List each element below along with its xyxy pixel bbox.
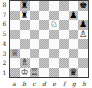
file-label-h: h [79,79,89,88]
square-e4[interactable] [49,39,59,49]
file-labels: abcdefgh [9,79,89,88]
square-b1[interactable]: ♔ [20,68,30,78]
rank-label-5: 5 [0,29,9,39]
square-a6[interactable] [10,20,20,30]
white-king[interactable]: ♔ [21,68,29,77]
rank-label-6: 6 [0,20,9,30]
square-f7[interactable] [59,11,69,21]
file-label-b: b [19,79,29,88]
square-g2[interactable] [69,58,79,68]
file-label-c: c [29,79,39,88]
square-g8[interactable] [69,1,79,11]
square-a8[interactable] [10,1,20,11]
square-a4[interactable] [10,39,20,49]
square-h4[interactable] [78,39,88,49]
square-e1[interactable] [49,68,59,78]
square-e8[interactable] [49,1,59,11]
square-f4[interactable] [59,39,69,49]
square-a5[interactable] [10,30,20,40]
square-b4[interactable] [20,39,30,49]
square-d7[interactable] [39,11,49,21]
white-pawn[interactable]: ♙ [79,30,87,39]
rank-label-1: 1 [0,68,9,78]
black-rook[interactable]: ♜ [21,1,29,10]
square-h7[interactable] [78,11,88,21]
file-label-e: e [49,79,59,88]
square-c6[interactable] [30,20,40,30]
square-c5[interactable] [30,30,40,40]
rank-label-2: 2 [0,59,9,69]
black-pawn[interactable]: ♟ [79,20,87,29]
square-f2[interactable] [59,58,69,68]
square-c3[interactable] [30,49,40,59]
square-b3[interactable] [20,49,30,59]
rank-label-3: 3 [0,49,9,59]
black-rook[interactable]: ♜ [21,11,29,20]
square-f3[interactable] [59,49,69,59]
square-d1[interactable] [39,68,49,78]
rank-label-4: 4 [0,39,9,49]
square-e5[interactable] [49,30,59,40]
square-d5[interactable] [39,30,49,40]
square-f1[interactable] [59,68,69,78]
black-king[interactable]: ♚ [79,1,87,10]
square-a2[interactable] [10,58,20,68]
square-h2[interactable] [78,58,88,68]
square-e7[interactable] [49,11,59,21]
square-c4[interactable] [30,39,40,49]
square-g3[interactable] [69,49,79,59]
rank-labels: 87654321 [0,0,9,78]
square-g5[interactable] [69,30,79,40]
file-label-g: g [69,79,79,88]
white-knight[interactable]: ♘ [50,20,58,29]
square-b7[interactable]: ♜ [20,11,30,21]
square-e3[interactable] [49,49,59,59]
white-bishop[interactable]: ♗ [21,58,29,67]
square-d2[interactable] [39,58,49,68]
square-f6[interactable] [59,20,69,30]
square-a7[interactable] [10,11,20,21]
file-label-d: d [39,79,49,88]
square-b8[interactable]: ♜ [20,1,30,11]
file-label-f: f [59,79,69,88]
square-g4[interactable] [69,39,79,49]
square-f5[interactable] [59,30,69,40]
square-h3[interactable] [78,49,88,59]
square-c7[interactable] [30,11,40,21]
black-queen[interactable]: ♛ [69,68,77,77]
square-b6[interactable] [20,20,30,30]
square-e6[interactable]: ♘ [49,20,59,30]
black-pawn[interactable]: ♟ [69,11,77,20]
square-b2[interactable]: ♗ [20,58,30,68]
square-d8[interactable] [39,1,49,11]
square-d6[interactable] [39,20,49,30]
white-rook[interactable]: ♖ [30,68,38,77]
square-e2[interactable] [49,58,59,68]
square-g1[interactable]: ♛ [69,68,79,78]
square-h8[interactable]: ♚ [78,1,88,11]
chess-diagram: 87654321 ♜♚♜♟♘♟♙♕♗♔♖♛ abcdefgh [0,0,92,88]
square-c1[interactable]: ♖ [30,68,40,78]
square-c2[interactable] [30,58,40,68]
white-queen[interactable]: ♕ [11,49,19,58]
rank-label-7: 7 [0,10,9,20]
square-h1[interactable] [78,68,88,78]
square-d4[interactable] [39,39,49,49]
square-a1[interactable] [10,68,20,78]
file-label-a: a [9,79,19,88]
square-g7[interactable]: ♟ [69,11,79,21]
rank-label-8: 8 [0,0,9,10]
square-f8[interactable] [59,1,69,11]
square-d3[interactable] [39,49,49,59]
square-h5[interactable]: ♙ [78,30,88,40]
square-b5[interactable] [20,30,30,40]
square-g6[interactable] [69,20,79,30]
square-a3[interactable]: ♕ [10,49,20,59]
square-c8[interactable] [30,1,40,11]
square-h6[interactable]: ♟ [78,20,88,30]
board: ♜♚♜♟♘♟♙♕♗♔♖♛ [9,0,89,78]
